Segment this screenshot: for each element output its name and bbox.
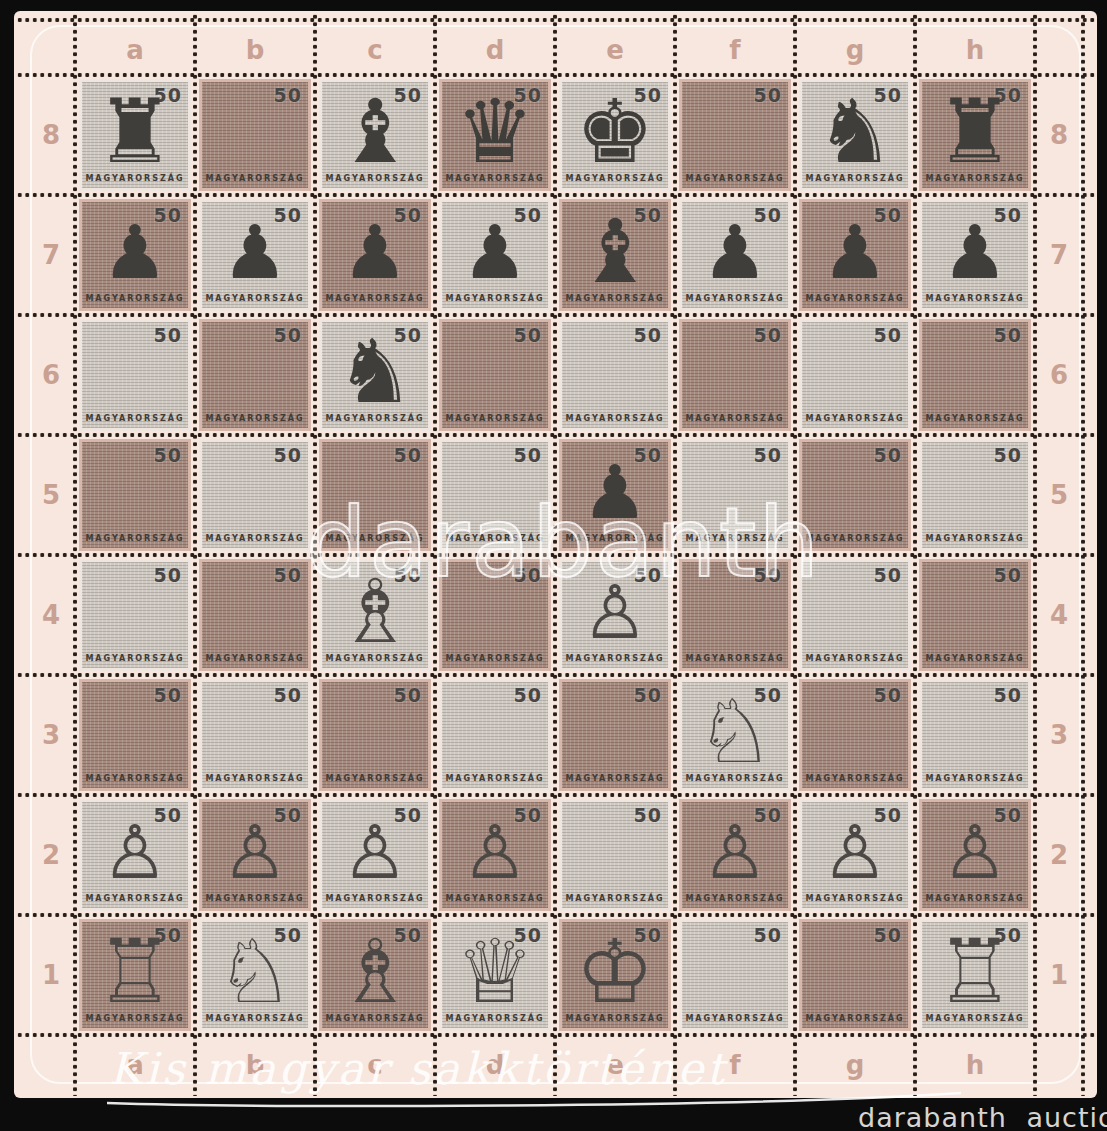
stamp-print-c2: 50♙MAGYARORSZÁG [322,802,428,908]
square-a7: 50♟MAGYARORSZÁG [75,195,195,315]
country-name: MAGYARORSZÁG [442,175,548,183]
rank-label-right-7: 7 [1042,195,1076,315]
denomination: 50 [994,686,1022,705]
square-g4: 50MAGYARORSZÁG [795,555,915,675]
stamp-print-f5: 50MAGYARORSZÁG [682,442,788,548]
stamp-print-e6: 50MAGYARORSZÁG [562,322,668,428]
country-name: MAGYARORSZÁG [562,295,668,303]
country-name: MAGYARORSZÁG [202,775,308,783]
stamp-d2: 50♙MAGYARORSZÁG [439,799,551,911]
stamp-h8: 50♜MAGYARORSZÁG [919,79,1031,191]
piece-white-pawn-h2: ♙ [922,810,1028,894]
country-name: MAGYARORSZÁG [922,175,1028,183]
country-name: MAGYARORSZÁG [922,895,1028,903]
square-g5: 50MAGYARORSZÁG [795,435,915,555]
square-f2: 50♙MAGYARORSZÁG [675,795,795,915]
stamp-print-b8: 50MAGYARORSZÁG [202,82,308,188]
stamp-print-b4: 50MAGYARORSZÁG [202,562,308,668]
stamp-print-e4: 50♙MAGYARORSZÁG [562,562,668,668]
stamp-a1: 50♖MAGYARORSZÁG [79,919,191,1031]
stamp-print-f3: 50♘MAGYARORSZÁG [682,682,788,788]
piece-white-rook-a1: ♖ [82,930,188,1014]
file-label-top-e: e [555,35,675,65]
stamp-g7: 50♟MAGYARORSZÁG [799,199,911,311]
rank-label-left-2: 2 [36,795,66,915]
stamp-h4: 50MAGYARORSZÁG [919,559,1031,671]
stamp-print-h7: 50♟MAGYARORSZÁG [922,202,1028,308]
square-e3: 50MAGYARORSZÁG [555,675,675,795]
stamp-print-a8: 50♜MAGYARORSZÁG [82,82,188,188]
stamp-b6: 50MAGYARORSZÁG [199,319,311,431]
piece-black-rook-h8: ♜ [922,90,1028,174]
stamp-d1: 50♕MAGYARORSZÁG [439,919,551,1031]
rank-label-left-7: 7 [36,195,66,315]
denomination: 50 [274,86,302,105]
country-name: MAGYARORSZÁG [322,655,428,663]
country-name: MAGYARORSZÁG [202,535,308,543]
square-a4: 50MAGYARORSZÁG [75,555,195,675]
square-e5: 50♟MAGYARORSZÁG [555,435,675,555]
country-name: MAGYARORSZÁG [442,295,548,303]
square-a3: 50MAGYARORSZÁG [75,675,195,795]
country-name: MAGYARORSZÁG [682,295,788,303]
denomination: 50 [154,326,182,345]
denomination: 50 [634,326,662,345]
square-b2: 50♙MAGYARORSZÁG [195,795,315,915]
stamp-c7: 50♟MAGYARORSZÁG [319,199,431,311]
stamp-d3: 50MAGYARORSZÁG [439,679,551,791]
denomination: 50 [874,926,902,945]
denomination: 50 [994,446,1022,465]
country-name: MAGYARORSZÁG [682,415,788,423]
stamp-a4: 50MAGYARORSZÁG [79,559,191,671]
square-g3: 50MAGYARORSZÁG [795,675,915,795]
stamp-print-h5: 50MAGYARORSZÁG [922,442,1028,548]
country-name: MAGYARORSZÁG [802,895,908,903]
square-f6: 50MAGYARORSZÁG [675,315,795,435]
stamp-d6: 50MAGYARORSZÁG [439,319,551,431]
square-g6: 50MAGYARORSZÁG [795,315,915,435]
square-h1: 50♖MAGYARORSZÁG [915,915,1035,1035]
country-name: MAGYARORSZÁG [442,895,548,903]
country-name: MAGYARORSZÁG [802,775,908,783]
stamp-e5: 50♟MAGYARORSZÁG [559,439,671,551]
country-name: MAGYARORSZÁG [442,535,548,543]
country-name: MAGYARORSZÁG [922,535,1028,543]
square-d3: 50MAGYARORSZÁG [435,675,555,795]
country-name: MAGYARORSZÁG [82,655,188,663]
square-d4: 50MAGYARORSZÁG [435,555,555,675]
rank-label-right-8: 8 [1042,75,1076,195]
stamp-b3: 50MAGYARORSZÁG [199,679,311,791]
stamp-print-f7: 50♟MAGYARORSZÁG [682,202,788,308]
piece-white-pawn-b2: ♙ [202,810,308,894]
square-b4: 50MAGYARORSZÁG [195,555,315,675]
stamp-print-a1: 50♖MAGYARORSZÁG [82,922,188,1028]
piece-white-pawn-d2: ♙ [442,810,548,894]
stamp-b4: 50MAGYARORSZÁG [199,559,311,671]
stamp-g5: 50MAGYARORSZÁG [799,439,911,551]
stamp-print-e7: 50♝MAGYARORSZÁG [562,202,668,308]
rank-label-left-5: 5 [36,435,66,555]
denomination: 50 [274,566,302,585]
stamp-h1: 50♖MAGYARORSZÁG [919,919,1031,1031]
square-e2: 50MAGYARORSZÁG [555,795,675,915]
stamp-c2: 50♙MAGYARORSZÁG [319,799,431,911]
square-b5: 50MAGYARORSZÁG [195,435,315,555]
stamp-print-g5: 50MAGYARORSZÁG [802,442,908,548]
stamp-print-c3: 50MAGYARORSZÁG [322,682,428,788]
stamp-print-e1: 50♔MAGYARORSZÁG [562,922,668,1028]
square-e1: 50♔MAGYARORSZÁG [555,915,675,1035]
stamp-a8: 50♜MAGYARORSZÁG [79,79,191,191]
square-a6: 50MAGYARORSZÁG [75,315,195,435]
square-d7: 50♟MAGYARORSZÁG [435,195,555,315]
country-name: MAGYARORSZÁG [562,535,668,543]
file-label-top-f: f [675,35,795,65]
country-name: MAGYARORSZÁG [82,775,188,783]
stamp-d4: 50MAGYARORSZÁG [439,559,551,671]
stamp-print-c4: 50♗MAGYARORSZÁG [322,562,428,668]
stamp-print-c5: 50MAGYARORSZÁG [322,442,428,548]
country-name: MAGYARORSZÁG [82,895,188,903]
stamp-print-g3: 50MAGYARORSZÁG [802,682,908,788]
country-name: MAGYARORSZÁG [82,175,188,183]
country-name: MAGYARORSZÁG [922,1015,1028,1023]
stamp-print-e2: 50MAGYARORSZÁG [562,802,668,908]
stamp-a2: 50♙MAGYARORSZÁG [79,799,191,911]
stamp-g8: 50♞MAGYARORSZÁG [799,79,911,191]
stamp-g3: 50MAGYARORSZÁG [799,679,911,791]
stamp-print-h3: 50MAGYARORSZÁG [922,682,1028,788]
stamp-print-a7: 50♟MAGYARORSZÁG [82,202,188,308]
country-name: MAGYARORSZÁG [682,895,788,903]
stamp-b2: 50♙MAGYARORSZÁG [199,799,311,911]
perforation-column [1080,13,1086,1096]
stamp-print-f6: 50MAGYARORSZÁG [682,322,788,428]
country-name: MAGYARORSZÁG [682,535,788,543]
square-h2: 50♙MAGYARORSZÁG [915,795,1035,915]
stamp-print-b7: 50♟MAGYARORSZÁG [202,202,308,308]
country-name: MAGYARORSZÁG [322,535,428,543]
country-name: MAGYARORSZÁG [82,295,188,303]
square-b1: 50♘MAGYARORSZÁG [195,915,315,1035]
stamp-h7: 50♟MAGYARORSZÁG [919,199,1031,311]
country-name: MAGYARORSZÁG [202,895,308,903]
square-a2: 50♙MAGYARORSZÁG [75,795,195,915]
square-e6: 50MAGYARORSZÁG [555,315,675,435]
file-label-top-c: c [315,35,435,65]
stamp-a7: 50♟MAGYARORSZÁG [79,199,191,311]
country-name: MAGYARORSZÁG [562,175,668,183]
denomination: 50 [754,926,782,945]
country-name: MAGYARORSZÁG [82,535,188,543]
denomination: 50 [994,326,1022,345]
stamp-e4: 50♙MAGYARORSZÁG [559,559,671,671]
stamp-print-h4: 50MAGYARORSZÁG [922,562,1028,668]
denomination: 50 [754,326,782,345]
stamp-h5: 50MAGYARORSZÁG [919,439,1031,551]
square-h6: 50MAGYARORSZÁG [915,315,1035,435]
rank-label-right-6: 6 [1042,315,1076,435]
country-name: MAGYARORSZÁG [802,295,908,303]
country-name: MAGYARORSZÁG [442,775,548,783]
country-name: MAGYARORSZÁG [322,775,428,783]
denomination: 50 [514,566,542,585]
square-f3: 50♘MAGYARORSZÁG [675,675,795,795]
country-name: MAGYARORSZÁG [682,1015,788,1023]
stamp-d7: 50♟MAGYARORSZÁG [439,199,551,311]
rank-label-left-6: 6 [36,315,66,435]
country-name: MAGYARORSZÁG [322,895,428,903]
denomination: 50 [634,686,662,705]
piece-black-king-e8: ♚ [562,90,668,174]
country-name: MAGYARORSZÁG [922,295,1028,303]
country-name: MAGYARORSZÁG [802,1015,908,1023]
stamp-sheet: 50♜MAGYARORSZÁG50MAGYARORSZÁG50♝MAGYAROR… [14,11,1097,1098]
country-name: MAGYARORSZÁG [682,775,788,783]
stamp-f7: 50♟MAGYARORSZÁG [679,199,791,311]
stamp-g4: 50MAGYARORSZÁG [799,559,911,671]
piece-black-knight-c6: ♞ [322,330,428,414]
stamp-h3: 50MAGYARORSZÁG [919,679,1031,791]
square-b7: 50♟MAGYARORSZÁG [195,195,315,315]
square-f4: 50MAGYARORSZÁG [675,555,795,675]
stamp-a3: 50MAGYARORSZÁG [79,679,191,791]
country-name: MAGYARORSZÁG [922,775,1028,783]
denomination: 50 [154,686,182,705]
stamp-e3: 50MAGYARORSZÁG [559,679,671,791]
stamp-print-d1: 50♕MAGYARORSZÁG [442,922,548,1028]
rank-label-right-3: 3 [1042,675,1076,795]
country-name: MAGYARORSZÁG [562,415,668,423]
square-g2: 50♙MAGYARORSZÁG [795,795,915,915]
square-h3: 50MAGYARORSZÁG [915,675,1035,795]
country-name: MAGYARORSZÁG [202,175,308,183]
stamp-c4: 50♗MAGYARORSZÁG [319,559,431,671]
stamp-print-b2: 50♙MAGYARORSZÁG [202,802,308,908]
square-a8: 50♜MAGYARORSZÁG [75,75,195,195]
stamp-c1: 50♗MAGYARORSZÁG [319,919,431,1031]
piece-white-queen-d1: ♕ [442,930,548,1014]
square-c5: 50MAGYARORSZÁG [315,435,435,555]
rank-label-right-2: 2 [1042,795,1076,915]
stamp-print-b1: 50♘MAGYARORSZÁG [202,922,308,1028]
square-c8: 50♝MAGYARORSZÁG [315,75,435,195]
rank-label-left-3: 3 [36,675,66,795]
country-name: MAGYARORSZÁG [562,655,668,663]
stamp-e8: 50♚MAGYARORSZÁG [559,79,671,191]
stamp-print-c6: 50♞MAGYARORSZÁG [322,322,428,428]
square-c1: 50♗MAGYARORSZÁG [315,915,435,1035]
country-name: MAGYARORSZÁG [442,415,548,423]
stamp-print-e5: 50♟MAGYARORSZÁG [562,442,668,548]
stamp-print-f8: 50MAGYARORSZÁG [682,82,788,188]
square-d8: 50♛MAGYARORSZÁG [435,75,555,195]
square-f1: 50MAGYARORSZÁG [675,915,795,1035]
stamp-print-b3: 50MAGYARORSZÁG [202,682,308,788]
square-f5: 50MAGYARORSZÁG [675,435,795,555]
sheet-title-text: Kis magyar sakktörténet [109,1043,727,1094]
denomination: 50 [154,446,182,465]
stamp-a6: 50MAGYARORSZÁG [79,319,191,431]
stamp-b8: 50MAGYARORSZÁG [199,79,311,191]
stamp-print-d4: 50MAGYARORSZÁG [442,562,548,668]
denomination: 50 [394,446,422,465]
country-name: MAGYARORSZÁG [562,1015,668,1023]
stamp-f5: 50MAGYARORSZÁG [679,439,791,551]
piece-white-pawn-e4: ♙ [562,570,668,654]
denomination: 50 [154,566,182,585]
rank-label-left-4: 4 [36,555,66,675]
piece-white-pawn-c2: ♙ [322,810,428,894]
stamp-print-f1: 50MAGYARORSZÁG [682,922,788,1028]
square-e7: 50♝MAGYARORSZÁG [555,195,675,315]
country-name: MAGYARORSZÁG [322,1015,428,1023]
square-h8: 50♜MAGYARORSZÁG [915,75,1035,195]
chess-board: 50♜MAGYARORSZÁG50MAGYARORSZÁG50♝MAGYAROR… [75,75,1035,1035]
stamp-b7: 50♟MAGYARORSZÁG [199,199,311,311]
denomination: 50 [274,326,302,345]
piece-black-pawn-a7: ♟ [82,210,188,294]
stamp-f2: 50♙MAGYARORSZÁG [679,799,791,911]
perforation-row [16,17,1095,23]
square-f7: 50♟MAGYARORSZÁG [675,195,795,315]
square-e8: 50♚MAGYARORSZÁG [555,75,675,195]
piece-black-knight-g8: ♞ [802,90,908,174]
piece-black-bishop-e7: ♝ [562,210,668,294]
square-d6: 50MAGYARORSZÁG [435,315,555,435]
piece-black-pawn-c7: ♟ [322,210,428,294]
square-a5: 50MAGYARORSZÁG [75,435,195,555]
stamp-h2: 50♙MAGYARORSZÁG [919,799,1031,911]
stamp-e2: 50MAGYARORSZÁG [559,799,671,911]
stamp-print-g6: 50MAGYARORSZÁG [802,322,908,428]
piece-black-pawn-f7: ♟ [682,210,788,294]
stamp-print-f2: 50♙MAGYARORSZÁG [682,802,788,908]
square-d2: 50♙MAGYARORSZÁG [435,795,555,915]
square-c4: 50♗MAGYARORSZÁG [315,555,435,675]
piece-white-rook-h1: ♖ [922,930,1028,1014]
file-label-top-d: d [435,35,555,65]
piece-black-pawn-b7: ♟ [202,210,308,294]
stamp-b5: 50MAGYARORSZÁG [199,439,311,551]
square-h7: 50♟MAGYARORSZÁG [915,195,1035,315]
square-e4: 50♙MAGYARORSZÁG [555,555,675,675]
stamp-print-b6: 50MAGYARORSZÁG [202,322,308,428]
square-a1: 50♖MAGYARORSZÁG [75,915,195,1035]
stamp-print-h6: 50MAGYARORSZÁG [922,322,1028,428]
country-name: MAGYARORSZÁG [202,655,308,663]
stamp-f8: 50MAGYARORSZÁG [679,79,791,191]
square-h5: 50MAGYARORSZÁG [915,435,1035,555]
piece-white-knight-b1: ♘ [202,930,308,1014]
rank-label-right-4: 4 [1042,555,1076,675]
stamp-d5: 50MAGYARORSZÁG [439,439,551,551]
country-name: MAGYARORSZÁG [922,655,1028,663]
country-name: MAGYARORSZÁG [682,175,788,183]
piece-black-bishop-c8: ♝ [322,90,428,174]
stamp-print-d2: 50♙MAGYARORSZÁG [442,802,548,908]
stamp-c6: 50♞MAGYARORSZÁG [319,319,431,431]
square-c3: 50MAGYARORSZÁG [315,675,435,795]
piece-black-pawn-e5: ♟ [562,450,668,534]
square-d5: 50MAGYARORSZÁG [435,435,555,555]
stamp-print-g7: 50♟MAGYARORSZÁG [802,202,908,308]
piece-white-king-e1: ♔ [562,930,668,1014]
stamp-print-b5: 50MAGYARORSZÁG [202,442,308,548]
rank-label-right-1: 1 [1042,915,1076,1035]
piece-black-pawn-h7: ♟ [922,210,1028,294]
stamp-print-a2: 50♙MAGYARORSZÁG [82,802,188,908]
country-name: MAGYARORSZÁG [82,1015,188,1023]
stamp-print-a6: 50MAGYARORSZÁG [82,322,188,428]
file-label-top-b: b [195,35,315,65]
denomination: 50 [514,326,542,345]
stamp-c8: 50♝MAGYARORSZÁG [319,79,431,191]
stamp-f6: 50MAGYARORSZÁG [679,319,791,431]
denomination: 50 [274,446,302,465]
stamp-g6: 50MAGYARORSZÁG [799,319,911,431]
square-c7: 50♟MAGYARORSZÁG [315,195,435,315]
country-name: MAGYARORSZÁG [562,895,668,903]
stamp-g1: 50MAGYARORSZÁG [799,919,911,1031]
denomination: 50 [754,86,782,105]
piece-black-pawn-g7: ♟ [802,210,908,294]
square-d1: 50♕MAGYARORSZÁG [435,915,555,1035]
file-label-top-h: h [915,35,1035,65]
stamp-print-g8: 50♞MAGYARORSZÁG [802,82,908,188]
piece-white-pawn-f2: ♙ [682,810,788,894]
stamp-print-d5: 50MAGYARORSZÁG [442,442,548,548]
country-name: MAGYARORSZÁG [442,1015,548,1023]
square-c6: 50♞MAGYARORSZÁG [315,315,435,435]
piece-white-knight-f3: ♘ [682,690,788,774]
stamp-f4: 50MAGYARORSZÁG [679,559,791,671]
sheet-title-script: Kis magyar sakktörténet [109,1043,1009,1094]
stamp-print-g2: 50♙MAGYARORSZÁG [802,802,908,908]
stamp-e1: 50♔MAGYARORSZÁG [559,919,671,1031]
country-name: MAGYARORSZÁG [922,415,1028,423]
country-name: MAGYARORSZÁG [322,295,428,303]
stamp-print-f4: 50MAGYARORSZÁG [682,562,788,668]
piece-white-bishop-c1: ♗ [322,930,428,1014]
country-name: MAGYARORSZÁG [802,535,908,543]
denomination: 50 [874,566,902,585]
stamp-a5: 50MAGYARORSZÁG [79,439,191,551]
stamp-e6: 50MAGYARORSZÁG [559,319,671,431]
stamp-print-d6: 50MAGYARORSZÁG [442,322,548,428]
country-name: MAGYARORSZÁG [202,295,308,303]
country-name: MAGYARORSZÁG [322,415,428,423]
stamp-print-d3: 50MAGYARORSZÁG [442,682,548,788]
square-h4: 50MAGYARORSZÁG [915,555,1035,675]
denomination: 50 [994,566,1022,585]
country-name: MAGYARORSZÁG [802,415,908,423]
stamp-b1: 50♘MAGYARORSZÁG [199,919,311,1031]
stamp-print-d8: 50♛MAGYARORSZÁG [442,82,548,188]
country-name: MAGYARORSZÁG [202,415,308,423]
script-underline-flourish [99,1089,979,1109]
stamp-print-g4: 50MAGYARORSZÁG [802,562,908,668]
country-name: MAGYARORSZÁG [682,655,788,663]
stamp-sheet-photo: 50♜MAGYARORSZÁG50MAGYARORSZÁG50♝MAGYAROR… [0,0,1107,1131]
country-name: MAGYARORSZÁG [82,415,188,423]
square-f8: 50MAGYARORSZÁG [675,75,795,195]
stamp-c3: 50MAGYARORSZÁG [319,679,431,791]
stamp-print-e8: 50♚MAGYARORSZÁG [562,82,668,188]
stamp-g2: 50♙MAGYARORSZÁG [799,799,911,911]
